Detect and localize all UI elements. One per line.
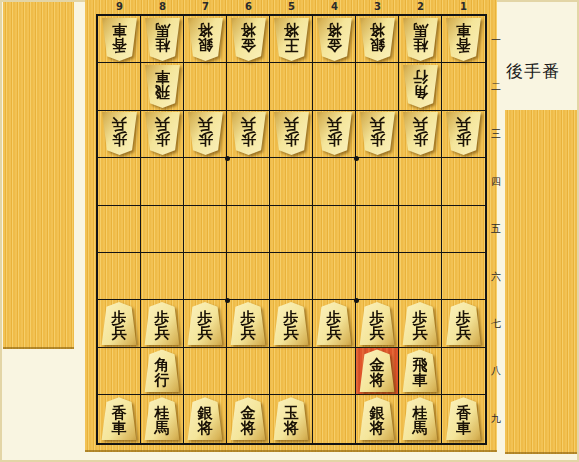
board-cell[interactable] (98, 348, 141, 395)
board-cell[interactable] (442, 63, 485, 110)
sente-piece-stand[interactable] (505, 110, 577, 454)
board-cell[interactable] (399, 158, 442, 205)
piece-kanji: 歩兵 (112, 311, 127, 340)
piece-kanji: 香車 (456, 23, 471, 52)
board-cell[interactable] (184, 206, 227, 253)
board-cell[interactable] (356, 253, 399, 300)
board-cell[interactable] (270, 206, 313, 253)
board-cell[interactable] (442, 158, 485, 205)
board-cell[interactable] (313, 63, 356, 110)
board-cell[interactable] (313, 206, 356, 253)
piece-kanji: 歩兵 (198, 311, 213, 340)
piece-gote[interactable]: 銀将 (187, 18, 224, 61)
piece-sente[interactable]: 歩兵 (316, 302, 353, 345)
board-cell[interactable]: 王将 (270, 16, 313, 63)
rank-label: 三 (489, 111, 503, 158)
board-cell[interactable] (98, 158, 141, 205)
piece-gote[interactable]: 銀将 (359, 18, 396, 61)
piece-gote[interactable]: 歩兵 (445, 112, 482, 155)
piece-kanji: 桂馬 (155, 406, 170, 435)
piece-gote[interactable]: 金将 (316, 18, 353, 61)
board-cell[interactable]: 歩兵 (98, 300, 141, 347)
board-cell[interactable]: 金将 (227, 395, 270, 442)
board-cell[interactable]: 銀将 (184, 16, 227, 63)
board-cell[interactable]: 歩兵 (356, 300, 399, 347)
board-cell[interactable] (227, 63, 270, 110)
piece-kanji: 桂馬 (413, 23, 428, 52)
piece-kanji: 香車 (456, 406, 471, 435)
piece-kanji: 金将 (241, 406, 256, 435)
rank-label: 七 (489, 300, 503, 347)
board-cell[interactable] (98, 253, 141, 300)
board-cell[interactable] (356, 158, 399, 205)
piece-gote[interactable]: 歩兵 (359, 112, 396, 155)
piece-sente[interactable]: 桂馬 (402, 397, 439, 440)
board-cell[interactable]: 歩兵 (141, 111, 184, 158)
board-cell[interactable]: 歩兵 (442, 300, 485, 347)
rank-label: 五 (489, 206, 503, 253)
piece-gote[interactable]: 金将 (230, 18, 267, 61)
board-cell[interactable]: 金将 (313, 16, 356, 63)
piece-gote[interactable]: 歩兵 (101, 112, 138, 155)
file-label: 4 (313, 0, 356, 14)
piece-gote[interactable]: 歩兵 (230, 112, 267, 155)
board-cell[interactable]: 飛車 (141, 63, 184, 110)
piece-sente[interactable]: 桂馬 (144, 397, 181, 440)
board-cell[interactable]: 歩兵 (227, 111, 270, 158)
piece-kanji: 銀将 (370, 23, 385, 52)
piece-sente[interactable]: 金将 (230, 397, 267, 440)
piece-kanji: 王将 (284, 23, 299, 52)
board-cell[interactable]: 香車 (98, 395, 141, 442)
board-cell[interactable]: 歩兵 (399, 300, 442, 347)
piece-kanji: 角行 (155, 358, 170, 387)
board-cell[interactable] (313, 253, 356, 300)
rank-labels: 一二三四五六七八九 (489, 16, 503, 443)
board-cell[interactable]: 歩兵 (184, 300, 227, 347)
piece-kanji: 歩兵 (370, 311, 385, 340)
board-cell[interactable] (184, 348, 227, 395)
file-labels: 987654321 (98, 0, 485, 14)
gote-piece-stand[interactable] (3, 2, 74, 349)
piece-kanji: 歩兵 (456, 117, 471, 146)
piece-gote[interactable]: 香車 (101, 18, 138, 61)
board-cell[interactable] (356, 206, 399, 253)
piece-gote[interactable]: 歩兵 (144, 112, 181, 155)
piece-kanji: 飛車 (413, 358, 428, 387)
board-cell[interactable] (313, 348, 356, 395)
piece-kanji: 歩兵 (456, 311, 471, 340)
piece-gote[interactable]: 桂馬 (144, 18, 181, 61)
rank-label: 九 (489, 395, 503, 442)
board-cell[interactable] (184, 158, 227, 205)
board-cell[interactable]: 歩兵 (356, 111, 399, 158)
piece-kanji: 銀将 (370, 406, 385, 435)
piece-kanji: 歩兵 (413, 311, 428, 340)
file-label: 8 (141, 0, 184, 14)
board-cell[interactable] (227, 206, 270, 253)
piece-kanji: 歩兵 (112, 117, 127, 146)
piece-kanji: 歩兵 (370, 117, 385, 146)
board-cell[interactable]: 歩兵 (98, 111, 141, 158)
board-cell[interactable]: 角行 (141, 348, 184, 395)
piece-kanji: 金将 (370, 358, 385, 387)
board-cell[interactable]: 香車 (98, 16, 141, 63)
piece-kanji: 桂馬 (155, 23, 170, 52)
piece-sente[interactable]: 金将 (359, 349, 396, 392)
piece-kanji: 歩兵 (155, 117, 170, 146)
board-cell[interactable] (270, 253, 313, 300)
board-cell[interactable]: 銀将 (356, 395, 399, 442)
star-point (225, 156, 230, 161)
piece-gote[interactable]: 歩兵 (273, 112, 310, 155)
board-cell[interactable] (270, 63, 313, 110)
piece-sente[interactable]: 歩兵 (144, 302, 181, 345)
piece-kanji: 歩兵 (413, 117, 428, 146)
rank-label: 四 (489, 158, 503, 205)
rank-label: 二 (489, 63, 503, 110)
board-cell[interactable] (98, 63, 141, 110)
board-cell[interactable] (227, 348, 270, 395)
piece-sente[interactable]: 歩兵 (230, 302, 267, 345)
piece-sente[interactable]: 玉将 (273, 397, 310, 440)
piece-kanji: 桂馬 (413, 406, 428, 435)
board-cell[interactable]: 桂馬 (141, 16, 184, 63)
file-label: 5 (270, 0, 313, 14)
board-cell[interactable]: 銀将 (184, 395, 227, 442)
rank-label: 八 (489, 348, 503, 395)
piece-gote[interactable]: 歩兵 (187, 112, 224, 155)
board-cell[interactable] (399, 253, 442, 300)
board-cell[interactable]: 歩兵 (141, 300, 184, 347)
piece-gote[interactable]: 王将 (273, 18, 310, 61)
board-cell[interactable] (141, 206, 184, 253)
board-cell[interactable]: 歩兵 (270, 111, 313, 158)
board-cell[interactable]: 歩兵 (227, 300, 270, 347)
piece-gote[interactable]: 飛車 (144, 65, 181, 108)
rank-label: 六 (489, 253, 503, 300)
rank-label: 一 (489, 16, 503, 63)
piece-kanji: 金将 (241, 23, 256, 52)
board-cell[interactable] (442, 348, 485, 395)
piece-kanji: 金将 (327, 23, 342, 52)
piece-sente[interactable]: 銀将 (187, 397, 224, 440)
board-cell[interactable] (227, 158, 270, 205)
star-point (354, 298, 359, 303)
file-label: 6 (227, 0, 270, 14)
piece-gote[interactable]: 角行 (402, 65, 439, 108)
piece-sente[interactable]: 歩兵 (402, 302, 439, 345)
board-cell[interactable]: 歩兵 (313, 111, 356, 158)
board-cell[interactable] (184, 253, 227, 300)
board-cell[interactable] (98, 206, 141, 253)
piece-gote[interactable]: 桂馬 (402, 18, 439, 61)
board-grid: 香車桂馬銀将金将王将金将銀将桂馬香車飛車角行歩兵歩兵歩兵歩兵歩兵歩兵歩兵歩兵歩兵… (96, 14, 487, 445)
board-cell[interactable]: 桂馬 (141, 395, 184, 442)
board-cell[interactable] (313, 395, 356, 442)
piece-sente[interactable]: 歩兵 (101, 302, 138, 345)
board-cell[interactable]: 金将 (227, 16, 270, 63)
board-cell[interactable] (442, 206, 485, 253)
piece-sente[interactable]: 歩兵 (187, 302, 224, 345)
file-label: 1 (442, 0, 485, 14)
piece-sente[interactable]: 飛車 (402, 349, 439, 392)
file-label: 2 (399, 0, 442, 14)
piece-kanji: 歩兵 (241, 311, 256, 340)
board-cell[interactable]: 銀将 (356, 16, 399, 63)
file-label: 7 (184, 0, 227, 14)
piece-kanji: 歩兵 (198, 117, 213, 146)
board-cell[interactable]: 玉将 (270, 395, 313, 442)
piece-kanji: 玉将 (284, 406, 299, 435)
board-cell[interactable]: 歩兵 (270, 300, 313, 347)
turn-indicator: 後手番 (506, 60, 560, 83)
board-cell[interactable] (141, 158, 184, 205)
piece-sente[interactable]: 香車 (445, 397, 482, 440)
board-cell[interactable]: 角行 (399, 63, 442, 110)
file-label: 3 (356, 0, 399, 14)
piece-sente[interactable]: 歩兵 (273, 302, 310, 345)
piece-sente[interactable]: 歩兵 (359, 302, 396, 345)
piece-kanji: 香車 (112, 406, 127, 435)
piece-gote[interactable]: 歩兵 (316, 112, 353, 155)
piece-sente[interactable]: 角行 (144, 349, 181, 392)
board-cell[interactable]: 歩兵 (184, 111, 227, 158)
piece-kanji: 香車 (112, 23, 127, 52)
board-cell[interactable]: 香車 (442, 16, 485, 63)
board-cell[interactable]: 歩兵 (399, 111, 442, 158)
board-cell[interactable]: 桂馬 (399, 16, 442, 63)
star-point (354, 156, 359, 161)
board-cell[interactable]: 飛車 (399, 348, 442, 395)
board-cell[interactable] (270, 158, 313, 205)
board-cell[interactable]: 歩兵 (313, 300, 356, 347)
piece-kanji: 歩兵 (155, 311, 170, 340)
piece-gote[interactable]: 歩兵 (402, 112, 439, 155)
shogi-board: 987654321 香車桂馬銀将金将王将金将銀将桂馬香車飛車角行歩兵歩兵歩兵歩兵… (85, 0, 497, 452)
board-cell[interactable] (227, 253, 270, 300)
board-cell[interactable] (356, 63, 399, 110)
piece-kanji: 飛車 (155, 70, 170, 99)
piece-kanji: 角行 (413, 70, 428, 99)
board-cell[interactable]: 金将 (356, 348, 399, 395)
board-cell[interactable]: 桂馬 (399, 395, 442, 442)
piece-kanji: 歩兵 (327, 311, 342, 340)
board-cell[interactable] (313, 158, 356, 205)
board-cell[interactable] (184, 63, 227, 110)
piece-sente[interactable]: 銀将 (359, 397, 396, 440)
board-cell[interactable] (270, 348, 313, 395)
piece-sente[interactable]: 歩兵 (445, 302, 482, 345)
piece-kanji: 歩兵 (241, 117, 256, 146)
board-cell[interactable]: 香車 (442, 395, 485, 442)
piece-kanji: 銀将 (198, 23, 213, 52)
board-cell[interactable]: 歩兵 (442, 111, 485, 158)
piece-kanji: 銀将 (198, 406, 213, 435)
piece-kanji: 歩兵 (284, 117, 299, 146)
piece-kanji: 歩兵 (327, 117, 342, 146)
board-cell[interactable] (442, 253, 485, 300)
star-point (225, 298, 230, 303)
file-label: 9 (98, 0, 141, 14)
piece-gote[interactable]: 香車 (445, 18, 482, 61)
piece-sente[interactable]: 香車 (101, 397, 138, 440)
piece-kanji: 歩兵 (284, 311, 299, 340)
board-cell[interactable] (141, 253, 184, 300)
board-cell[interactable] (399, 206, 442, 253)
